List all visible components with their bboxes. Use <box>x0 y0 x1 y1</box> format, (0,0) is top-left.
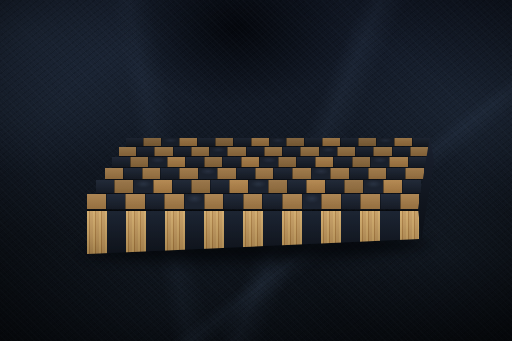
dark-square <box>248 180 267 193</box>
light-square <box>321 194 341 209</box>
light-square <box>243 194 263 209</box>
front-face-light-stripe <box>126 211 146 254</box>
dark-square <box>209 147 227 156</box>
dark-square <box>273 168 292 179</box>
dark-square <box>340 138 358 146</box>
dark-square <box>376 138 394 146</box>
dark-square <box>287 180 306 193</box>
dark-square <box>363 180 382 193</box>
light-square <box>251 138 269 146</box>
dark-square <box>160 168 179 179</box>
light-square <box>344 180 363 193</box>
dark-square <box>412 138 430 146</box>
light-square <box>191 147 209 156</box>
light-square <box>282 194 302 209</box>
light-square <box>215 138 233 146</box>
dark-square <box>126 138 143 146</box>
light-square <box>153 180 172 193</box>
light-square <box>204 194 224 209</box>
dark-square <box>269 138 287 146</box>
front-face-dark-stripe <box>107 211 127 254</box>
light-square <box>368 168 387 179</box>
light-square <box>255 168 274 179</box>
front-face-light-stripe <box>87 211 107 254</box>
light-square <box>264 147 282 156</box>
board-row <box>119 147 428 157</box>
board-row <box>126 138 430 147</box>
dark-square <box>185 157 204 167</box>
dark-square <box>296 157 315 167</box>
light-square <box>130 157 149 167</box>
light-square <box>217 168 236 179</box>
light-square <box>114 180 133 193</box>
light-square <box>389 157 408 167</box>
light-square <box>154 147 172 156</box>
dark-square <box>133 180 152 193</box>
dark-square <box>96 180 114 193</box>
dark-square <box>136 147 154 156</box>
light-square <box>394 138 412 146</box>
light-square <box>164 194 184 209</box>
light-square <box>410 147 428 156</box>
light-square <box>300 147 318 156</box>
light-square <box>179 138 197 146</box>
dark-square <box>262 194 282 209</box>
dark-square <box>282 147 300 156</box>
dark-square <box>173 147 191 156</box>
light-square <box>373 147 391 156</box>
board-row <box>96 180 421 194</box>
dark-square <box>386 168 405 179</box>
light-square <box>179 168 198 179</box>
front-face-dark-stripe <box>146 211 166 254</box>
dark-square <box>197 138 215 146</box>
dark-square <box>333 157 352 167</box>
light-square <box>268 180 287 193</box>
dark-square <box>123 168 142 179</box>
dark-square <box>184 194 204 209</box>
light-square <box>278 157 297 167</box>
dark-square <box>402 180 421 193</box>
dark-square <box>246 147 264 156</box>
light-square <box>125 194 145 209</box>
light-square <box>87 194 106 209</box>
dark-square <box>311 168 330 179</box>
dark-square <box>408 157 427 167</box>
dark-square <box>325 180 344 193</box>
light-square <box>405 168 424 179</box>
light-square <box>119 147 136 156</box>
front-face-light-stripe <box>165 211 185 254</box>
light-square <box>204 157 223 167</box>
dark-square <box>106 194 126 209</box>
light-square <box>241 157 260 167</box>
board-row <box>112 157 426 168</box>
front-face-dark-stripe <box>185 211 205 254</box>
light-square <box>292 168 311 179</box>
light-square <box>142 168 161 179</box>
dark-square <box>392 147 410 156</box>
dark-square <box>319 147 337 156</box>
dark-square <box>380 194 400 209</box>
dark-square <box>198 168 217 179</box>
light-square <box>105 168 123 179</box>
dark-square <box>370 157 389 167</box>
light-square <box>330 168 349 179</box>
dark-square <box>349 168 368 179</box>
light-square <box>286 138 304 146</box>
board-row <box>105 168 424 180</box>
dark-square <box>236 168 255 179</box>
light-square <box>400 194 420 209</box>
light-square <box>360 194 380 209</box>
light-square <box>358 138 376 146</box>
photo-scene <box>0 0 512 341</box>
light-square <box>315 157 334 167</box>
light-square <box>306 180 325 193</box>
dark-square <box>172 180 191 193</box>
light-square <box>337 147 355 156</box>
light-square <box>191 180 210 193</box>
light-square <box>227 147 245 156</box>
light-square <box>322 138 340 146</box>
light-square <box>229 180 248 193</box>
dark-square <box>223 194 243 209</box>
dark-square <box>355 147 373 156</box>
dark-square <box>145 194 165 209</box>
dark-square <box>112 157 130 167</box>
light-square <box>352 157 371 167</box>
dark-square <box>148 157 167 167</box>
dark-square <box>259 157 278 167</box>
dark-square <box>304 138 322 146</box>
dark-square <box>210 180 229 193</box>
dark-square <box>233 138 251 146</box>
dark-square <box>161 138 179 146</box>
light-square <box>167 157 186 167</box>
light-square <box>143 138 161 146</box>
board-row <box>87 194 419 210</box>
dark-square <box>222 157 241 167</box>
front-face-light-stripe <box>204 211 224 254</box>
dark-square <box>341 194 361 209</box>
dark-square <box>302 194 322 209</box>
light-square <box>383 180 402 193</box>
